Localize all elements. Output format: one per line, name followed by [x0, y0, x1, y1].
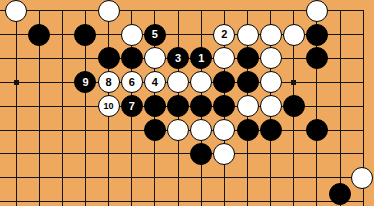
stone-white — [213, 143, 235, 165]
stone-white — [306, 0, 328, 22]
grid-line-horizontal — [0, 153, 364, 154]
stone-white — [260, 47, 282, 69]
move-number-label: 1 — [198, 52, 204, 63]
stone-white — [237, 24, 259, 46]
grid-line-horizontal — [0, 177, 364, 178]
stone-black — [306, 24, 328, 46]
move-number-label: 7 — [129, 100, 135, 111]
stone-black-move-5: 5 — [144, 24, 166, 46]
stone-white — [121, 24, 143, 46]
move-number-label: 4 — [152, 76, 158, 87]
stone-white — [237, 95, 259, 117]
stone-black-move-1: 1 — [190, 47, 212, 69]
stone-black — [213, 71, 235, 93]
stone-black-move-3: 3 — [167, 47, 189, 69]
stone-white — [98, 0, 120, 22]
stone-black — [237, 71, 259, 93]
stone-black — [329, 183, 351, 205]
stone-white — [190, 119, 212, 141]
star-point — [291, 80, 296, 85]
stone-white — [5, 0, 27, 22]
stone-white — [213, 119, 235, 141]
stone-black — [306, 119, 328, 141]
stone-black — [98, 47, 120, 69]
stone-black — [213, 95, 235, 117]
stone-white — [351, 167, 373, 189]
stone-white — [213, 47, 235, 69]
move-number-label: 2 — [221, 29, 227, 40]
stone-white — [260, 95, 282, 117]
stone-black — [237, 119, 259, 141]
stone-white — [283, 24, 305, 46]
move-number-label: 6 — [129, 76, 135, 87]
stone-black-move-9: 9 — [74, 71, 96, 93]
stone-white — [260, 24, 282, 46]
stone-black — [190, 95, 212, 117]
grid-line-horizontal — [0, 201, 364, 202]
stone-black — [190, 143, 212, 165]
stone-black — [306, 47, 328, 69]
move-number-label: 9 — [82, 76, 88, 87]
stone-black — [74, 24, 96, 46]
move-number-label: 10 — [104, 101, 114, 110]
stone-white-move-8: 8 — [98, 71, 120, 93]
move-number-label: 5 — [152, 29, 158, 40]
stone-black — [144, 95, 166, 117]
stone-white — [144, 47, 166, 69]
stone-white-move-4: 4 — [144, 71, 166, 93]
stone-black — [283, 95, 305, 117]
stone-white — [190, 71, 212, 93]
stone-black — [121, 47, 143, 69]
stone-white — [260, 71, 282, 93]
stone-white-move-6: 6 — [121, 71, 143, 93]
star-point — [14, 80, 19, 85]
move-number-label: 8 — [106, 76, 112, 87]
stone-black-move-7: 7 — [121, 95, 143, 117]
stone-white — [167, 119, 189, 141]
stone-white — [167, 71, 189, 93]
stone-white-move-2: 2 — [213, 24, 235, 46]
stone-black — [260, 119, 282, 141]
stone-white-move-10: 10 — [98, 95, 120, 117]
move-number-label: 3 — [175, 52, 181, 63]
go-board-diagram: 52319864107 — [0, 0, 374, 206]
stone-black — [28, 24, 50, 46]
stone-black — [237, 47, 259, 69]
stone-black — [167, 95, 189, 117]
stone-black — [144, 119, 166, 141]
